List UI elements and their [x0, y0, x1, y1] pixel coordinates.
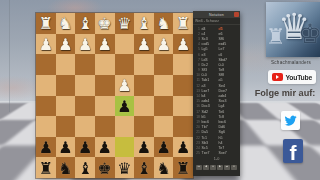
move-number: 12 [193, 84, 202, 88]
board-square-b1[interactable]: ♞ [154, 13, 174, 34]
black-queen: ♛ [117, 161, 131, 177]
move-row-14: 14b4axb4 [193, 93, 240, 98]
move-white[interactable]: Sd2 [202, 110, 219, 114]
move-black[interactable]: Tc8 [219, 115, 236, 119]
game-result: 1-0 [193, 157, 240, 161]
move-number: 18 [193, 115, 202, 119]
playback-controls: ⏮◀●▶⏭≡ [193, 163, 240, 172]
move-black[interactable]: Te7 [219, 146, 236, 150]
board-square-h5[interactable] [36, 96, 56, 117]
move-row-3: 3Sc3Sf6 [193, 36, 240, 41]
board-square-f5[interactable] [75, 96, 95, 117]
white-pawn: ♟ [176, 37, 190, 53]
black-pawn: ♟ [137, 140, 151, 156]
move-white[interactable]: Dxc3 [202, 104, 219, 108]
board-square-f2[interactable]: ♟ [75, 34, 95, 55]
move-row-10: 100-0Sf8 [193, 73, 240, 78]
move-black[interactable]: Se4 [219, 84, 236, 88]
board-square-f8[interactable]: ♝ [75, 157, 95, 178]
board-square-g2[interactable]: ♟ [56, 34, 76, 55]
board-square-h7[interactable]: ♟ [36, 137, 56, 158]
board-square-f1[interactable]: ♝ [75, 13, 95, 34]
move-row-18: 18b5Tc8 [193, 114, 240, 119]
move-number: 2 [193, 32, 202, 36]
board-square-d6[interactable] [115, 116, 135, 137]
board-square-e2[interactable]: ♟ [95, 34, 115, 55]
move-number: 19 [193, 120, 202, 124]
board-square-f7[interactable]: ♟ [75, 137, 95, 158]
board-square-b8[interactable]: ♞ [154, 157, 174, 178]
follow-me-text: Folge mir auf: [248, 88, 320, 98]
move-row-24: 24Sc5Te7 [193, 145, 240, 150]
move-black[interactable]: h5 [219, 136, 236, 140]
move-white[interactable]: Sf3 [202, 68, 219, 72]
black-pawn: ♟ [176, 140, 190, 156]
board-square-f3[interactable] [75, 54, 95, 75]
move-white[interactable]: Lg5 [202, 47, 219, 51]
move-number: 8 [193, 63, 202, 67]
move-white[interactable]: Lxe7 [202, 89, 219, 93]
move-number: 7 [193, 58, 202, 62]
move-number: 13 [193, 89, 202, 93]
move-number: 15 [193, 99, 202, 103]
move-black[interactable]: exd5 [219, 42, 236, 46]
twitter-icon[interactable] [281, 111, 300, 130]
board-square-d4[interactable]: ♟ [115, 75, 135, 96]
board-square-d2[interactable] [115, 34, 135, 55]
black-king: ♚ [98, 161, 112, 177]
white-bishop: ♝ [137, 16, 151, 32]
move-row-17: 17Sd2Te6 [193, 109, 240, 114]
game-header: Weiß - Schwarz [193, 18, 240, 25]
channel-avatar-image: ♛ ♚ ♜ [266, 2, 320, 57]
board-square-a1[interactable]: ♜ [173, 13, 193, 34]
youtube-badge[interactable]: YouTube [268, 70, 316, 84]
move-row-6: 6e3c6 [193, 52, 240, 57]
move-white[interactable]: c4 [202, 32, 219, 36]
move-black[interactable]: Te6 [219, 110, 236, 114]
move-number: 16 [193, 104, 202, 108]
board-square-g1[interactable]: ♞ [56, 13, 76, 34]
background-edge-line [9, 0, 10, 112]
move-white[interactable]: Txe7 [202, 151, 219, 155]
board-square-b7[interactable]: ♟ [154, 137, 174, 158]
board-square-d7[interactable] [115, 137, 135, 158]
board-square-a2[interactable]: ♟ [173, 34, 193, 55]
facebook-icon[interactable]: f [283, 139, 303, 163]
board-square-g8[interactable]: ♞ [56, 157, 76, 178]
board-square-f6[interactable] [75, 116, 95, 137]
board-square-c6[interactable] [134, 116, 154, 137]
board-square-g5[interactable] [56, 96, 76, 117]
avatar-king-piece: ♚ [298, 18, 320, 49]
board-square-g7[interactable]: ♟ [56, 137, 76, 158]
white-pawn: ♟ [98, 37, 112, 53]
move-row-5: 5Lg5Le7 [193, 47, 240, 52]
black-knight: ♞ [156, 161, 170, 177]
control-go-end[interactable]: ⏭ [224, 165, 229, 170]
move-white[interactable]: e3 [202, 53, 219, 57]
move-row-2: 2c4e6 [193, 31, 240, 36]
move-number: 1 [193, 27, 202, 31]
youtube-label: YouTube [285, 74, 312, 81]
board-square-e3[interactable] [95, 54, 115, 75]
move-row-20: 20Tb7Dd6 [193, 125, 240, 130]
move-row-7: 7Ld3Sbd7 [193, 57, 240, 62]
board-square-g6[interactable] [56, 116, 76, 137]
black-pawn: ♟ [58, 140, 72, 156]
white-knight: ♞ [58, 16, 72, 32]
move-black[interactable]: Sxc3 [219, 99, 236, 103]
white-pawn: ♟ [137, 37, 151, 53]
board-square-d8[interactable]: ♛ [115, 157, 135, 178]
video-frame: ♜♞♝♚♛♝♞♜♟♟♟♟♟♟♟♟♟♟♟♟♟♟♟♟♜♞♝♚♛♝♞♜ Notatio… [0, 0, 320, 180]
move-number: 6 [193, 53, 202, 57]
move-black[interactable]: Lg4 [219, 104, 236, 108]
board-square-a8[interactable]: ♜ [173, 157, 193, 178]
white-king: ♚ [98, 16, 112, 32]
move-white[interactable]: Da5 [202, 130, 219, 134]
notation-close-icon[interactable] [234, 12, 238, 16]
move-number: 25 [193, 151, 202, 155]
move-black[interactable]: Dxe7 [219, 89, 236, 93]
control-go-start[interactable]: ⏮ [196, 165, 201, 170]
board-square-b4[interactable] [154, 75, 174, 96]
move-row-21: 21Da5Sg6 [193, 130, 240, 135]
notation-title: Notation [209, 13, 224, 17]
move-row-12: 12a3Se4 [193, 83, 240, 88]
move-row-15: 15axb4Sxc3 [193, 99, 240, 104]
move-number: 5 [193, 47, 202, 51]
board-square-f4[interactable] [75, 75, 95, 96]
board-square-h3[interactable] [36, 54, 56, 75]
move-number: 14 [193, 94, 202, 98]
move-white[interactable]: Tc1 [202, 136, 219, 140]
white-pawn: ♟ [78, 37, 92, 53]
board-square-d3[interactable] [115, 54, 135, 75]
board-square-g3[interactable] [56, 54, 76, 75]
channel-name: Schachmalanders [260, 60, 320, 65]
move-black[interactable]: h4 [219, 141, 236, 145]
facebook-letter: f [290, 141, 297, 163]
board-square-d1[interactable]: ♛ [115, 13, 135, 34]
move-row-13: 13Lxe7Dxe7 [193, 88, 240, 93]
move-black[interactable]: Le7 [219, 47, 236, 51]
move-row-23: 23Sb3h4 [193, 140, 240, 145]
move-number: 24 [193, 146, 202, 150]
move-black[interactable]: Sf6 [219, 37, 236, 41]
white-knight: ♞ [156, 16, 170, 32]
move-black[interactable]: c6 [219, 53, 236, 57]
board-square-a4[interactable] [173, 75, 193, 96]
board-square-c7[interactable]: ♟ [134, 137, 154, 158]
move-white[interactable]: b5 [202, 115, 219, 119]
black-rook: ♜ [176, 161, 190, 177]
board-square-e7[interactable]: ♟ [95, 137, 115, 158]
board-square-h1[interactable]: ♜ [36, 13, 56, 34]
move-white[interactable]: Tab1 [202, 78, 219, 82]
control-stop[interactable]: ● [210, 165, 215, 170]
move-white[interactable]: Sc5 [202, 146, 219, 150]
black-bishop: ♝ [137, 161, 151, 177]
board-square-h4[interactable] [36, 75, 56, 96]
black-pawn: ♟ [156, 140, 170, 156]
move-white[interactable]: d4 [202, 27, 219, 31]
move-number: 20 [193, 125, 202, 129]
move-black[interactable]: Te8 [219, 68, 236, 72]
move-black[interactable]: d5 [219, 27, 236, 31]
white-bishop: ♝ [78, 16, 92, 32]
board-square-b6[interactable] [154, 116, 174, 137]
chess-board[interactable]: ♜♞♝♚♛♝♞♜♟♟♟♟♟♟♟♟♟♟♟♟♟♟♟♟♜♞♝♚♛♝♞♜ [36, 13, 193, 178]
notation-panel: Notation Weiß - Schwarz 1d4d52c4e63Sc3Sf… [193, 11, 240, 176]
black-pawn: ♟ [39, 140, 53, 156]
board-square-c5[interactable] [134, 96, 154, 117]
board-square-b5[interactable] [154, 96, 174, 117]
control-menu[interactable]: ≡ [231, 165, 236, 170]
white-pawn: ♟ [58, 37, 72, 53]
white-pawn: ♟ [39, 37, 53, 53]
move-black[interactable]: a5 [219, 78, 236, 82]
board-square-e8[interactable]: ♚ [95, 157, 115, 178]
board-square-b3[interactable] [154, 54, 174, 75]
move-white[interactable]: 0-0 [202, 73, 219, 77]
black-pawn: ♟ [78, 140, 92, 156]
move-white[interactable]: Ld3 [202, 58, 219, 62]
white-pawn: ♟ [117, 78, 131, 94]
move-number: 10 [193, 73, 202, 77]
move-white[interactable]: Tb7 [202, 125, 219, 129]
board-square-h6[interactable] [36, 116, 56, 137]
board-square-c8[interactable]: ♝ [134, 157, 154, 178]
move-black[interactable]: Sxe7 [219, 151, 236, 155]
move-number: 3 [193, 37, 202, 41]
move-black[interactable]: Sbd7 [219, 58, 236, 62]
board-square-b2[interactable]: ♟ [154, 34, 174, 55]
move-white[interactable]: a3 [202, 84, 219, 88]
black-pawn: ♟ [98, 140, 112, 156]
notation-titlebar: Notation [193, 11, 240, 18]
black-bishop: ♝ [78, 161, 92, 177]
move-list[interactable]: 1d4d52c4e63Sc3Sf64cxd5exd55Lg5Le76e3c67L… [193, 26, 240, 156]
board-square-h2[interactable]: ♟ [36, 34, 56, 55]
move-black[interactable]: axb4 [219, 94, 236, 98]
youtube-play-icon [272, 73, 283, 81]
board-square-a5[interactable] [173, 96, 193, 117]
move-black[interactable]: bxc6 [219, 120, 236, 124]
move-white[interactable]: cxd5 [202, 42, 219, 46]
move-white[interactable]: Sc3 [202, 37, 219, 41]
move-number: 17 [193, 110, 202, 114]
move-black[interactable]: 0-0 [219, 63, 236, 67]
move-white[interactable]: axb4 [202, 99, 219, 103]
board-square-e5[interactable] [95, 96, 115, 117]
board-square-a3[interactable] [173, 54, 193, 75]
board-square-d5[interactable]: ♟ [115, 96, 135, 117]
move-row-22: 22Tc1h5 [193, 135, 240, 140]
move-row-25: 25Txe7Sxe7 [193, 151, 240, 156]
move-row-19: 19bxc6bxc6 [193, 119, 240, 124]
move-row-8: 8Dc20-0 [193, 62, 240, 67]
twitter-bird-glyph [284, 114, 297, 127]
black-knight: ♞ [58, 161, 72, 177]
control-step-back[interactable]: ◀ [203, 165, 208, 170]
black-rook: ♜ [39, 161, 53, 177]
board-square-a6[interactable] [173, 116, 193, 137]
move-black[interactable]: e6 [219, 32, 236, 36]
move-white[interactable]: Dc2 [202, 63, 219, 67]
board-square-e6[interactable] [95, 116, 115, 137]
white-rook: ♜ [176, 16, 190, 32]
black-pawn: ♟ [117, 99, 131, 115]
control-step-forward[interactable]: ▶ [217, 165, 222, 170]
move-number: 22 [193, 136, 202, 140]
move-row-4: 4cxd5exd5 [193, 42, 240, 47]
move-white[interactable]: b4 [202, 94, 219, 98]
move-number: 23 [193, 141, 202, 145]
move-number: 21 [193, 130, 202, 134]
move-number: 11 [193, 78, 202, 82]
board-square-g4[interactable] [56, 75, 76, 96]
move-row-16: 16Dxc3Lg4 [193, 104, 240, 109]
move-black[interactable]: Dd6 [219, 125, 236, 129]
move-black[interactable]: Sf8 [219, 73, 236, 77]
move-black[interactable]: Sg6 [219, 130, 236, 134]
board-square-h8[interactable]: ♜ [36, 157, 56, 178]
move-row-11: 11Tab1a5 [193, 78, 240, 83]
board-square-c3[interactable] [134, 54, 154, 75]
avatar-rook-piece: ♜ [266, 24, 286, 49]
board-square-e4[interactable] [95, 75, 115, 96]
board-square-c4[interactable] [134, 75, 154, 96]
white-pawn: ♟ [156, 37, 170, 53]
move-white[interactable]: bxc6 [202, 120, 219, 124]
board-square-e1[interactable]: ♚ [95, 13, 115, 34]
white-queen: ♛ [117, 16, 131, 32]
board-square-c2[interactable]: ♟ [134, 34, 154, 55]
move-number: 9 [193, 68, 202, 72]
move-white[interactable]: Sb3 [202, 141, 219, 145]
board-square-a7[interactable]: ♟ [173, 137, 193, 158]
move-row-1: 1d4d5 [193, 26, 240, 31]
board-square-c1[interactable]: ♝ [134, 13, 154, 34]
move-row-9: 9Sf3Te8 [193, 68, 240, 73]
white-rook: ♜ [39, 16, 53, 32]
move-number: 4 [193, 42, 202, 46]
